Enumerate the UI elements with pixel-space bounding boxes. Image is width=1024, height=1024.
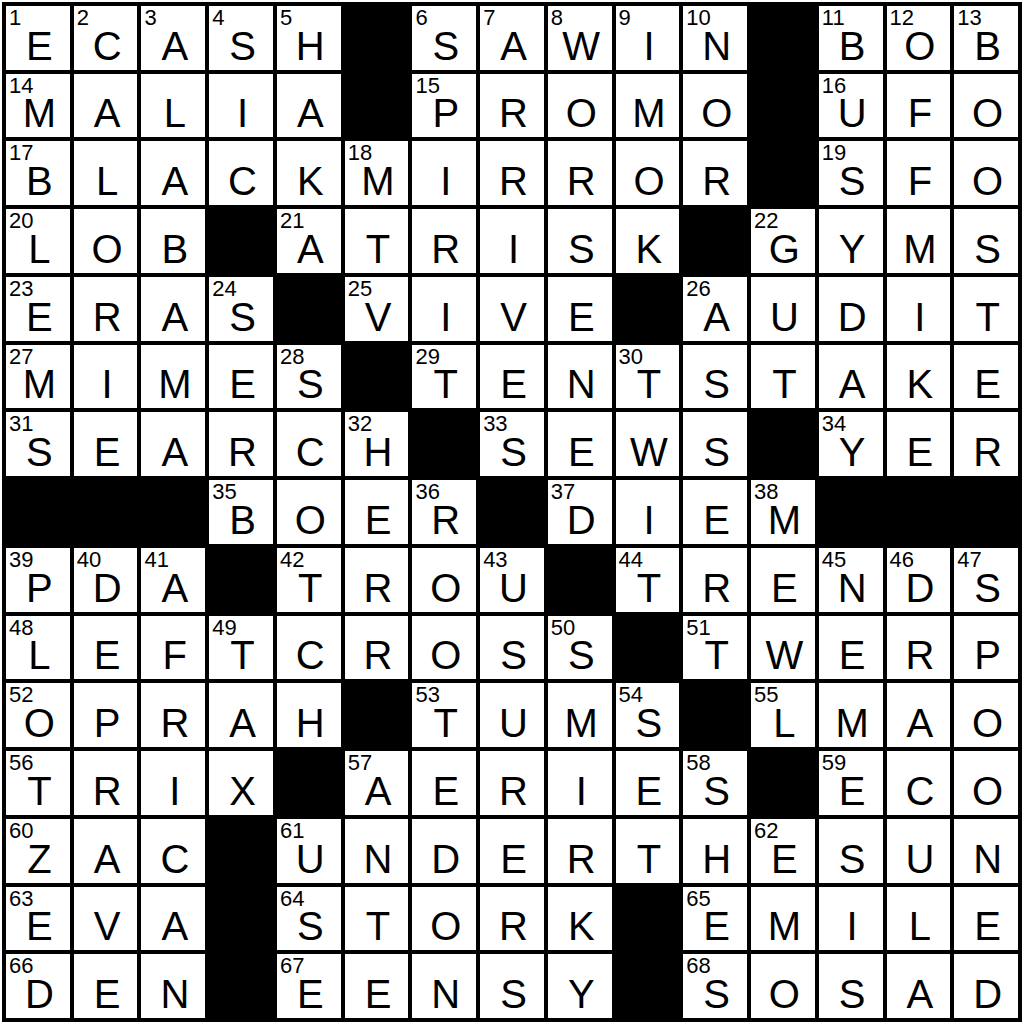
cell-r15c14[interactable]: A	[887, 954, 951, 1018]
cell-letter: E	[954, 906, 1018, 946]
cell-r8c7[interactable]: 36R	[412, 480, 476, 544]
cell-r5c13[interactable]: D	[819, 277, 883, 341]
cell-r5c6[interactable]: 25V	[345, 277, 409, 341]
cell-r13c6[interactable]: N	[345, 819, 409, 883]
cell-r12c2[interactable]: R	[74, 751, 138, 815]
cell-r11c10[interactable]: 54S	[616, 683, 680, 747]
black-square-r5c10	[616, 277, 680, 341]
cell-r7c13[interactable]: 34Y	[819, 412, 883, 476]
cell-r4c1[interactable]: 20L	[6, 209, 70, 273]
cell-r5c2[interactable]: R	[74, 277, 138, 341]
cell-r15c1[interactable]: 66D	[6, 954, 70, 1018]
cell-r10c6[interactable]: R	[345, 616, 409, 680]
cell-letter: O	[954, 771, 1018, 811]
cell-r4c9[interactable]: S	[548, 209, 612, 273]
cell-letter: E	[6, 26, 70, 66]
cell-letter: M	[751, 906, 815, 946]
cell-r6c1[interactable]: 27M	[6, 345, 70, 409]
cell-r8c5[interactable]: O	[277, 480, 341, 544]
cell-r6c13[interactable]: A	[819, 345, 883, 409]
cell-r6c9[interactable]: N	[548, 345, 612, 409]
cell-r9c1[interactable]: 39P	[6, 548, 70, 612]
cell-r2c3[interactable]: L	[141, 74, 205, 138]
cell-letter: A	[277, 93, 341, 133]
cell-letter: A	[209, 703, 273, 743]
cell-r5c9[interactable]: E	[548, 277, 612, 341]
cell-r7c1[interactable]: 31S	[6, 412, 70, 476]
cell-r15c2[interactable]: E	[74, 954, 138, 1018]
cell-r5c7[interactable]: I	[412, 277, 476, 341]
cell-r1c9[interactable]: 8W	[548, 6, 612, 70]
cell-r4c6[interactable]: T	[345, 209, 409, 273]
cell-letter: R	[209, 432, 273, 472]
cell-letter: V	[345, 297, 409, 337]
cell-r3c15[interactable]: O	[954, 141, 1018, 205]
cell-letter: W	[751, 635, 815, 675]
cell-r7c5[interactable]: C	[277, 412, 341, 476]
cell-r14c14[interactable]: L	[887, 887, 951, 951]
cell-r10c8[interactable]: S	[480, 616, 544, 680]
cell-r9c7[interactable]: O	[412, 548, 476, 612]
cell-r4c12[interactable]: 22G	[751, 209, 815, 273]
cell-letter: M	[345, 161, 409, 201]
cell-letter: E	[548, 432, 612, 472]
cell-letter: D	[74, 568, 138, 608]
cell-letter: O	[548, 93, 612, 133]
black-square-r2c6	[345, 74, 409, 138]
cell-r6c4[interactable]: E	[209, 345, 273, 409]
cell-r10c4[interactable]: 49T	[209, 616, 273, 680]
cell-r8c9[interactable]: 37D	[548, 480, 612, 544]
cell-letter: T	[412, 364, 476, 404]
cell-r7c2[interactable]: E	[74, 412, 138, 476]
cell-letter: W	[616, 432, 680, 472]
black-square-r8c1	[6, 480, 70, 544]
cell-letter: I	[480, 229, 544, 269]
cell-letter: E	[683, 500, 747, 540]
cell-r5c8[interactable]: V	[480, 277, 544, 341]
cell-letter: S	[480, 635, 544, 675]
black-square-r3c12	[751, 141, 815, 205]
cell-r12c11[interactable]: 58S	[683, 751, 747, 815]
cell-r5c3[interactable]: A	[141, 277, 205, 341]
cell-r13c12[interactable]: 62E	[751, 819, 815, 883]
cell-r14c2[interactable]: V	[74, 887, 138, 951]
cell-r3c7[interactable]: I	[412, 141, 476, 205]
black-square-r7c12	[751, 412, 815, 476]
cell-letter: T	[616, 839, 680, 879]
cell-letter: O	[954, 703, 1018, 743]
cell-r4c8[interactable]: I	[480, 209, 544, 273]
cell-letter: R	[683, 161, 747, 201]
cell-r15c6[interactable]: E	[345, 954, 409, 1018]
cell-letter: S	[277, 906, 341, 946]
cell-r2c14[interactable]: F	[887, 74, 951, 138]
cell-letter: N	[141, 974, 205, 1014]
cell-r5c12[interactable]: U	[751, 277, 815, 341]
cell-letter: Y	[548, 974, 612, 1014]
cell-r12c7[interactable]: E	[412, 751, 476, 815]
cell-r12c14[interactable]: C	[887, 751, 951, 815]
cell-letter: R	[548, 161, 612, 201]
cell-letter: K	[616, 229, 680, 269]
cell-letter: A	[74, 839, 138, 879]
cell-r14c1[interactable]: 63E	[6, 887, 70, 951]
black-square-r4c4	[209, 209, 273, 273]
cell-r2c11[interactable]: O	[683, 74, 747, 138]
cell-r12c8[interactable]: R	[480, 751, 544, 815]
cell-r2c10[interactable]: M	[616, 74, 680, 138]
cell-r11c14[interactable]: A	[887, 683, 951, 747]
cell-r7c11[interactable]: S	[683, 412, 747, 476]
cell-r3c5[interactable]: K	[277, 141, 341, 205]
cell-letter: S	[683, 432, 747, 472]
cell-letter: N	[954, 839, 1018, 879]
cell-r3c11[interactable]: R	[683, 141, 747, 205]
cell-letter: C	[277, 635, 341, 675]
cell-r14c15[interactable]: E	[954, 887, 1018, 951]
cell-r15c7[interactable]: N	[412, 954, 476, 1018]
cell-r2c7[interactable]: 15P	[412, 74, 476, 138]
cell-letter: I	[412, 161, 476, 201]
cell-r4c15[interactable]: S	[954, 209, 1018, 273]
cell-r10c7[interactable]: O	[412, 616, 476, 680]
cell-letter: P	[954, 635, 1018, 675]
cell-r6c11[interactable]: S	[683, 345, 747, 409]
black-square-r8c15	[954, 480, 1018, 544]
cell-letter: I	[412, 297, 476, 337]
cell-r14c13[interactable]: I	[819, 887, 883, 951]
cell-r4c2[interactable]: O	[74, 209, 138, 273]
cell-r8c12[interactable]: 38M	[751, 480, 815, 544]
cell-letter: M	[548, 703, 612, 743]
cell-letter: R	[74, 771, 138, 811]
cell-r2c9[interactable]: O	[548, 74, 612, 138]
cell-r9c3[interactable]: 41A	[141, 548, 205, 612]
cell-r14c9[interactable]: K	[548, 887, 612, 951]
cell-r7c9[interactable]: E	[548, 412, 612, 476]
black-square-r1c12	[751, 6, 815, 70]
cell-r4c5[interactable]: 21A	[277, 209, 341, 273]
cell-r10c9[interactable]: 50S	[548, 616, 612, 680]
cell-r10c12[interactable]: W	[751, 616, 815, 680]
cell-r7c3[interactable]: A	[141, 412, 205, 476]
cell-r4c3[interactable]: B	[141, 209, 205, 273]
black-square-r7c7	[412, 412, 476, 476]
cell-r9c6[interactable]: R	[345, 548, 409, 612]
cell-letter: A	[141, 297, 205, 337]
cell-r4c13[interactable]: Y	[819, 209, 883, 273]
cell-r13c5[interactable]: 61U	[277, 819, 341, 883]
cell-letter: A	[277, 229, 341, 269]
cell-r5c1[interactable]: 23E	[6, 277, 70, 341]
cell-r10c13[interactable]: E	[819, 616, 883, 680]
cell-letter: R	[412, 500, 476, 540]
cell-letter: B	[6, 161, 70, 201]
cell-r6c5[interactable]: 28S	[277, 345, 341, 409]
cell-letter: I	[819, 906, 883, 946]
cell-r6c14[interactable]: K	[887, 345, 951, 409]
cell-r1c8[interactable]: 7A	[480, 6, 544, 70]
cell-letter: R	[74, 297, 138, 337]
cell-r12c3[interactable]: I	[141, 751, 205, 815]
cell-r6c7[interactable]: 29T	[412, 345, 476, 409]
cell-letter: P	[412, 93, 476, 133]
cell-letter: E	[616, 771, 680, 811]
cell-r14c3[interactable]: A	[141, 887, 205, 951]
cell-r9c8[interactable]: 43U	[480, 548, 544, 612]
cell-r1c3[interactable]: 3A	[141, 6, 205, 70]
cell-r12c9[interactable]: I	[548, 751, 612, 815]
cell-r6c2[interactable]: I	[74, 345, 138, 409]
cell-r1c2[interactable]: 2C	[74, 6, 138, 70]
cell-r14c11[interactable]: 65E	[683, 887, 747, 951]
cell-letter: U	[480, 703, 544, 743]
cell-r11c5[interactable]: H	[277, 683, 341, 747]
cell-r13c10[interactable]: T	[616, 819, 680, 883]
cell-r7c6[interactable]: 32H	[345, 412, 409, 476]
cell-r1c10[interactable]: 9I	[616, 6, 680, 70]
cell-r9c15[interactable]: 47S	[954, 548, 1018, 612]
cell-letter: R	[683, 568, 747, 608]
cell-r11c13[interactable]: M	[819, 683, 883, 747]
black-square-r12c12	[751, 751, 815, 815]
cell-r15c11[interactable]: 68S	[683, 954, 747, 1018]
cell-r8c6[interactable]: E	[345, 480, 409, 544]
cell-letter: E	[6, 297, 70, 337]
cell-letter: N	[412, 974, 476, 1014]
cell-r10c5[interactable]: C	[277, 616, 341, 680]
cell-r13c7[interactable]: D	[412, 819, 476, 883]
cell-r5c14[interactable]: I	[887, 277, 951, 341]
black-square-r11c11	[683, 683, 747, 747]
cell-r1c13[interactable]: 11B	[819, 6, 883, 70]
cell-r9c14[interactable]: 46D	[887, 548, 951, 612]
cell-letter: T	[751, 364, 815, 404]
cell-letter: S	[954, 229, 1018, 269]
cell-letter: K	[887, 364, 951, 404]
black-square-r9c4	[209, 548, 273, 612]
cell-letter: T	[345, 229, 409, 269]
cell-r15c9[interactable]: Y	[548, 954, 612, 1018]
cell-r10c15[interactable]: P	[954, 616, 1018, 680]
cell-letter: N	[548, 364, 612, 404]
cell-r1c5[interactable]: 5H	[277, 6, 341, 70]
black-square-r13c4	[209, 819, 273, 883]
cell-r10c3[interactable]: F	[141, 616, 205, 680]
cell-r11c12[interactable]: 55L	[751, 683, 815, 747]
cell-r9c11[interactable]: R	[683, 548, 747, 612]
cell-r6c12[interactable]: T	[751, 345, 815, 409]
cell-r10c2[interactable]: E	[74, 616, 138, 680]
cell-r11c9[interactable]: M	[548, 683, 612, 747]
cell-r2c13[interactable]: 16U	[819, 74, 883, 138]
cell-r12c1[interactable]: 56T	[6, 751, 70, 815]
cell-r13c14[interactable]: U	[887, 819, 951, 883]
cell-r11c4[interactable]: A	[209, 683, 273, 747]
cell-letter: A	[887, 703, 951, 743]
black-square-r15c10	[616, 954, 680, 1018]
cell-r9c13[interactable]: 45N	[819, 548, 883, 612]
cell-r6c15[interactable]: E	[954, 345, 1018, 409]
cell-r10c14[interactable]: R	[887, 616, 951, 680]
cell-r1c14[interactable]: 12O	[887, 6, 951, 70]
cell-r8c4[interactable]: 35B	[209, 480, 273, 544]
cell-r2c8[interactable]: R	[480, 74, 544, 138]
cell-r13c2[interactable]: A	[74, 819, 138, 883]
cell-r10c11[interactable]: 51T	[683, 616, 747, 680]
cell-r12c15[interactable]: O	[954, 751, 1018, 815]
cell-letter: N	[683, 26, 747, 66]
cell-r3c3[interactable]: A	[141, 141, 205, 205]
cell-letter: R	[480, 771, 544, 811]
black-square-r5c5	[277, 277, 341, 341]
black-square-r8c8	[480, 480, 544, 544]
cell-r13c13[interactable]: S	[819, 819, 883, 883]
cell-letter: S	[480, 974, 544, 1014]
cell-r11c15[interactable]: O	[954, 683, 1018, 747]
cell-letter: H	[277, 26, 341, 66]
cell-r4c7[interactable]: R	[412, 209, 476, 273]
cell-r3c14[interactable]: F	[887, 141, 951, 205]
black-square-r11c6	[345, 683, 409, 747]
cell-r12c4[interactable]: X	[209, 751, 273, 815]
cell-r15c3[interactable]: N	[141, 954, 205, 1018]
cell-r14c6[interactable]: T	[345, 887, 409, 951]
cell-r15c13[interactable]: S	[819, 954, 883, 1018]
cell-letter: U	[277, 839, 341, 879]
cell-r10c1[interactable]: 48L	[6, 616, 70, 680]
cell-letter: D	[412, 839, 476, 879]
cell-r2c1[interactable]: 14M	[6, 74, 70, 138]
cell-r15c8[interactable]: S	[480, 954, 544, 1018]
cell-letter: T	[954, 297, 1018, 337]
cell-r2c15[interactable]: O	[954, 74, 1018, 138]
cell-r3c8[interactable]: R	[480, 141, 544, 205]
cell-r13c9[interactable]: R	[548, 819, 612, 883]
cell-letter: E	[954, 364, 1018, 404]
cell-r1c1[interactable]: 1E	[6, 6, 70, 70]
cell-r1c4[interactable]: 4S	[209, 6, 273, 70]
cell-r6c10[interactable]: 30T	[616, 345, 680, 409]
cell-letter: H	[683, 839, 747, 879]
cell-r12c10[interactable]: E	[616, 751, 680, 815]
cell-r1c15[interactable]: 13B	[954, 6, 1018, 70]
cell-letter: E	[74, 635, 138, 675]
cell-r15c5[interactable]: 67E	[277, 954, 341, 1018]
cell-r2c5[interactable]: A	[277, 74, 341, 138]
cell-r5c11[interactable]: 26A	[683, 277, 747, 341]
cell-r11c7[interactable]: 53T	[412, 683, 476, 747]
cell-r5c4[interactable]: 24S	[209, 277, 273, 341]
cell-r14c12[interactable]: M	[751, 887, 815, 951]
cell-letter: E	[209, 364, 273, 404]
cell-r4c10[interactable]: K	[616, 209, 680, 273]
cell-letter: O	[74, 229, 138, 269]
cell-r3c1[interactable]: 17B	[6, 141, 70, 205]
cell-r7c10[interactable]: W	[616, 412, 680, 476]
cell-letter: C	[277, 432, 341, 472]
cell-r3c9[interactable]: R	[548, 141, 612, 205]
cell-r11c8[interactable]: U	[480, 683, 544, 747]
cell-letter: S	[480, 432, 544, 472]
cell-letter: R	[887, 635, 951, 675]
black-square-r2c12	[751, 74, 815, 138]
cell-r1c11[interactable]: 10N	[683, 6, 747, 70]
cell-letter: I	[74, 364, 138, 404]
cell-letter: A	[887, 974, 951, 1014]
cell-r8c10[interactable]: I	[616, 480, 680, 544]
cell-letter: A	[141, 432, 205, 472]
cell-r13c1[interactable]: 60Z	[6, 819, 70, 883]
cell-r11c3[interactable]: R	[141, 683, 205, 747]
cell-r12c13[interactable]: 59E	[819, 751, 883, 815]
cell-r3c13[interactable]: 19S	[819, 141, 883, 205]
cell-r9c12[interactable]: E	[751, 548, 815, 612]
cell-r7c4[interactable]: R	[209, 412, 273, 476]
cell-r3c6[interactable]: 18M	[345, 141, 409, 205]
cell-letter: E	[819, 771, 883, 811]
cell-r15c12[interactable]: O	[751, 954, 815, 1018]
cell-letter: T	[345, 906, 409, 946]
cell-r13c11[interactable]: H	[683, 819, 747, 883]
black-square-r14c10	[616, 887, 680, 951]
cell-letter: I	[209, 93, 273, 133]
cell-r3c10[interactable]: O	[616, 141, 680, 205]
cell-r2c2[interactable]: A	[74, 74, 138, 138]
cell-r13c15[interactable]: N	[954, 819, 1018, 883]
cell-r14c5[interactable]: 64S	[277, 887, 341, 951]
cell-letter: R	[412, 229, 476, 269]
cell-r6c8[interactable]: E	[480, 345, 544, 409]
cell-letter: S	[412, 26, 476, 66]
cell-r3c4[interactable]: C	[209, 141, 273, 205]
cell-r7c14[interactable]: E	[887, 412, 951, 476]
cell-r14c7[interactable]: O	[412, 887, 476, 951]
cell-letter: S	[683, 974, 747, 1014]
black-square-r1c6	[345, 6, 409, 70]
cell-r9c10[interactable]: 44T	[616, 548, 680, 612]
cell-r9c5[interactable]: 42T	[277, 548, 341, 612]
cell-r9c2[interactable]: 40D	[74, 548, 138, 612]
black-square-r9c9	[548, 548, 612, 612]
cell-r6c3[interactable]: M	[141, 345, 205, 409]
cell-r3c2[interactable]: L	[74, 141, 138, 205]
cell-r13c3[interactable]: C	[141, 819, 205, 883]
cell-r2c4[interactable]: I	[209, 74, 273, 138]
cell-letter: O	[954, 93, 1018, 133]
cell-letter: R	[480, 93, 544, 133]
cell-letter: S	[616, 703, 680, 743]
cell-r5c15[interactable]: T	[954, 277, 1018, 341]
cell-letter: I	[141, 771, 205, 811]
cell-letter: E	[480, 364, 544, 404]
cell-r4c14[interactable]: M	[887, 209, 951, 273]
cell-r8c11[interactable]: E	[683, 480, 747, 544]
cell-r15c15[interactable]: D	[954, 954, 1018, 1018]
cell-letter: B	[954, 26, 1018, 66]
cell-r1c7[interactable]: 6S	[412, 6, 476, 70]
cell-r7c8[interactable]: 33S	[480, 412, 544, 476]
cell-r7c15[interactable]: R	[954, 412, 1018, 476]
cell-r12c6[interactable]: 57A	[345, 751, 409, 815]
cell-letter: O	[954, 161, 1018, 201]
cell-r14c8[interactable]: R	[480, 887, 544, 951]
cell-r11c2[interactable]: P	[74, 683, 138, 747]
cell-r13c8[interactable]: E	[480, 819, 544, 883]
cell-letter: E	[6, 906, 70, 946]
cell-r11c1[interactable]: 52O	[6, 683, 70, 747]
